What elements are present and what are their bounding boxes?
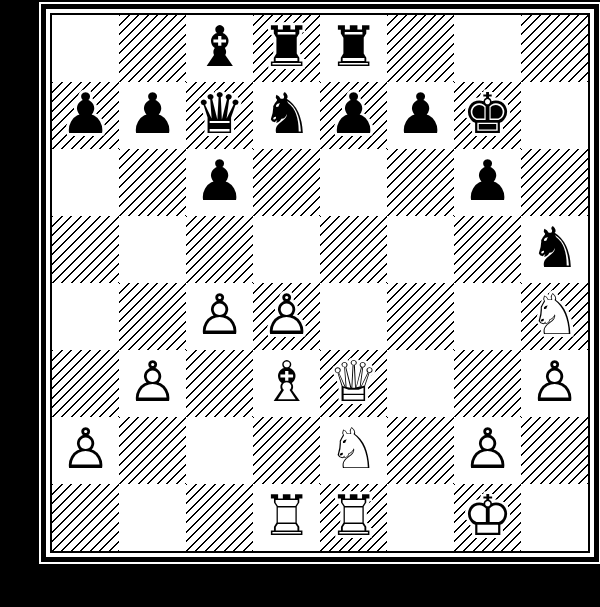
piece-halo: ♟ — [454, 415, 521, 482]
square-f7[interactable]: ♟♟ — [387, 82, 454, 149]
black-pawn: ♟♟ — [454, 149, 521, 216]
piece-glyph: ♙ — [119, 348, 186, 415]
piece-halo: ♟ — [387, 80, 454, 147]
white-king: ♚♔ — [454, 484, 521, 551]
piece-halo: ♟ — [320, 80, 387, 147]
square-g3[interactable] — [454, 350, 521, 417]
piece-glyph: ♚ — [454, 80, 521, 147]
square-e6[interactable] — [320, 149, 387, 216]
square-b4[interactable] — [119, 283, 186, 350]
square-b1[interactable] — [119, 484, 186, 551]
white-pawn: ♟♙ — [186, 283, 253, 350]
square-f3[interactable] — [387, 350, 454, 417]
square-a7[interactable]: ♟♟ — [52, 82, 119, 149]
square-d3[interactable]: ♝♗ — [253, 350, 320, 417]
square-g5[interactable] — [454, 216, 521, 283]
piece-glyph: ♟ — [119, 80, 186, 147]
square-d2[interactable] — [253, 417, 320, 484]
black-pawn: ♟♟ — [119, 82, 186, 149]
square-d6[interactable] — [253, 149, 320, 216]
diagram-background: ♝♝♜♜♜♜♟♟♟♟♛♛♞♞♟♟♟♟♚♚♟♟♟♟♞♞♟♙♟♙♞♘♟♙♝♗♛♕♟♙… — [0, 0, 600, 607]
piece-glyph: ♞ — [521, 214, 588, 281]
piece-glyph: ♔ — [454, 482, 521, 549]
white-rook: ♜♖ — [320, 484, 387, 551]
white-knight: ♞♘ — [521, 283, 588, 350]
piece-halo: ♟ — [521, 348, 588, 415]
piece-halo: ♜ — [320, 13, 387, 80]
square-g7[interactable]: ♚♚ — [454, 82, 521, 149]
square-h2[interactable] — [521, 417, 588, 484]
square-c8[interactable]: ♝♝ — [186, 15, 253, 82]
white-pawn: ♟♙ — [119, 350, 186, 417]
chess-board: ♝♝♜♜♜♜♟♟♟♟♛♛♞♞♟♟♟♟♚♚♟♟♟♟♞♞♟♙♟♙♞♘♟♙♝♗♛♕♟♙… — [50, 13, 590, 553]
square-e1[interactable]: ♜♖ — [320, 484, 387, 551]
black-queen: ♛♛ — [186, 82, 253, 149]
square-a5[interactable] — [52, 216, 119, 283]
square-b5[interactable] — [119, 216, 186, 283]
square-d7[interactable]: ♞♞ — [253, 82, 320, 149]
piece-halo: ♝ — [253, 348, 320, 415]
black-king: ♚♚ — [454, 82, 521, 149]
square-d1[interactable]: ♜♖ — [253, 484, 320, 551]
square-c5[interactable] — [186, 216, 253, 283]
piece-glyph: ♖ — [320, 482, 387, 549]
piece-halo: ♝ — [186, 13, 253, 80]
square-a2[interactable]: ♟♙ — [52, 417, 119, 484]
white-queen: ♛♕ — [320, 350, 387, 417]
piece-halo: ♟ — [119, 348, 186, 415]
piece-glyph: ♟ — [186, 147, 253, 214]
piece-halo: ♜ — [253, 13, 320, 80]
chess-board-frame: ♝♝♜♜♜♜♟♟♟♟♛♛♞♞♟♟♟♟♚♚♟♟♟♟♞♞♟♙♟♙♞♘♟♙♝♗♛♕♟♙… — [41, 4, 599, 562]
piece-glyph: ♙ — [253, 281, 320, 348]
white-pawn: ♟♙ — [253, 283, 320, 350]
square-e4[interactable] — [320, 283, 387, 350]
piece-halo: ♟ — [119, 80, 186, 147]
piece-halo: ♛ — [186, 80, 253, 147]
square-a6[interactable] — [52, 149, 119, 216]
square-g8[interactable] — [454, 15, 521, 82]
square-f5[interactable] — [387, 216, 454, 283]
square-f4[interactable] — [387, 283, 454, 350]
piece-halo: ♟ — [186, 147, 253, 214]
black-rook: ♜♜ — [320, 15, 387, 82]
piece-halo: ♟ — [52, 415, 119, 482]
piece-halo: ♞ — [521, 281, 588, 348]
black-pawn: ♟♟ — [320, 82, 387, 149]
white-rook: ♜♖ — [253, 484, 320, 551]
square-h3[interactable]: ♟♙ — [521, 350, 588, 417]
piece-halo: ♟ — [253, 281, 320, 348]
square-a1[interactable] — [52, 484, 119, 551]
white-pawn: ♟♙ — [454, 417, 521, 484]
square-c6[interactable]: ♟♟ — [186, 149, 253, 216]
square-g4[interactable] — [454, 283, 521, 350]
square-a8[interactable] — [52, 15, 119, 82]
piece-glyph: ♘ — [521, 281, 588, 348]
piece-glyph: ♘ — [320, 415, 387, 482]
piece-halo: ♛ — [320, 348, 387, 415]
piece-glyph: ♙ — [521, 348, 588, 415]
square-h5[interactable]: ♞♞ — [521, 216, 588, 283]
square-d4[interactable]: ♟♙ — [253, 283, 320, 350]
white-pawn: ♟♙ — [521, 350, 588, 417]
piece-glyph: ♝ — [186, 13, 253, 80]
piece-glyph: ♟ — [52, 80, 119, 147]
piece-halo: ♞ — [320, 415, 387, 482]
piece-halo: ♞ — [521, 214, 588, 281]
black-pawn: ♟♟ — [52, 82, 119, 149]
square-b8[interactable] — [119, 15, 186, 82]
white-knight: ♞♘ — [320, 417, 387, 484]
black-knight: ♞♞ — [253, 82, 320, 149]
piece-halo: ♚ — [454, 482, 521, 549]
square-b2[interactable] — [119, 417, 186, 484]
piece-glyph: ♕ — [320, 348, 387, 415]
black-bishop: ♝♝ — [186, 15, 253, 82]
square-d5[interactable] — [253, 216, 320, 283]
piece-glyph: ♟ — [454, 147, 521, 214]
piece-halo: ♜ — [253, 482, 320, 549]
piece-halo: ♜ — [320, 482, 387, 549]
square-g1[interactable]: ♚♔ — [454, 484, 521, 551]
piece-glyph: ♟ — [320, 80, 387, 147]
square-e8[interactable]: ♜♜ — [320, 15, 387, 82]
square-c2[interactable] — [186, 417, 253, 484]
square-c4[interactable]: ♟♙ — [186, 283, 253, 350]
square-f8[interactable] — [387, 15, 454, 82]
square-f6[interactable] — [387, 149, 454, 216]
square-g2[interactable]: ♟♙ — [454, 417, 521, 484]
square-a3[interactable] — [52, 350, 119, 417]
piece-halo: ♟ — [454, 147, 521, 214]
piece-glyph: ♞ — [253, 80, 320, 147]
piece-glyph: ♙ — [454, 415, 521, 482]
piece-glyph: ♖ — [253, 482, 320, 549]
white-pawn: ♟♙ — [52, 417, 119, 484]
square-b3[interactable]: ♟♙ — [119, 350, 186, 417]
square-h6[interactable] — [521, 149, 588, 216]
piece-glyph: ♜ — [253, 13, 320, 80]
square-c7[interactable]: ♛♛ — [186, 82, 253, 149]
square-c1[interactable] — [186, 484, 253, 551]
piece-glyph: ♛ — [186, 80, 253, 147]
piece-glyph: ♙ — [186, 281, 253, 348]
black-pawn: ♟♟ — [186, 149, 253, 216]
square-h1[interactable] — [521, 484, 588, 551]
square-d8[interactable]: ♜♜ — [253, 15, 320, 82]
square-h8[interactable] — [521, 15, 588, 82]
piece-glyph: ♜ — [320, 13, 387, 80]
square-b6[interactable] — [119, 149, 186, 216]
square-h7[interactable] — [521, 82, 588, 149]
square-e2[interactable]: ♞♘ — [320, 417, 387, 484]
piece-glyph: ♟ — [387, 80, 454, 147]
black-pawn: ♟♟ — [387, 82, 454, 149]
square-c3[interactable] — [186, 350, 253, 417]
square-f2[interactable] — [387, 417, 454, 484]
square-e5[interactable] — [320, 216, 387, 283]
square-g6[interactable]: ♟♟ — [454, 149, 521, 216]
piece-halo: ♞ — [253, 80, 320, 147]
piece-glyph: ♗ — [253, 348, 320, 415]
square-a4[interactable] — [52, 283, 119, 350]
white-bishop: ♝♗ — [253, 350, 320, 417]
square-e7[interactable]: ♟♟ — [320, 82, 387, 149]
piece-halo: ♟ — [52, 80, 119, 147]
piece-halo: ♚ — [454, 80, 521, 147]
square-h4[interactable]: ♞♘ — [521, 283, 588, 350]
black-rook: ♜♜ — [253, 15, 320, 82]
piece-halo: ♟ — [186, 281, 253, 348]
square-e3[interactable]: ♛♕ — [320, 350, 387, 417]
square-b7[interactable]: ♟♟ — [119, 82, 186, 149]
black-knight: ♞♞ — [521, 216, 588, 283]
square-f1[interactable] — [387, 484, 454, 551]
piece-glyph: ♙ — [52, 415, 119, 482]
